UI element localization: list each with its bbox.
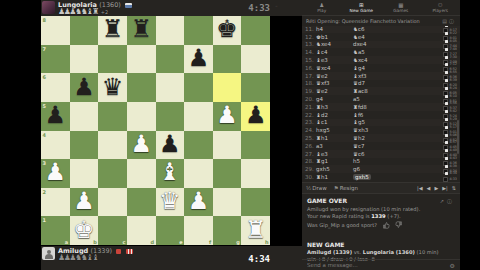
- square-a1[interactable]: 1a: [41, 216, 70, 245]
- white-move[interactable]: ♝d2: [316, 112, 353, 118]
- square-b8[interactable]: [70, 16, 99, 45]
- white-move[interactable]: ♛e2: [316, 73, 353, 79]
- game-result-text: Amilugd won by resignation (10 min rated…: [307, 206, 455, 212]
- square-e6[interactable]: [156, 73, 185, 102]
- resign-flag-icon: ⚑: [334, 185, 339, 191]
- game-action-bar: ½Draw ⚑Resign |◀◀▶▶|⇅: [302, 182, 460, 194]
- tab-games[interactable]: ▦Games: [381, 0, 421, 15]
- game-over-icons[interactable]: ↗ⓘ: [440, 198, 455, 204]
- square-b4[interactable]: [70, 131, 99, 160]
- black-move[interactable]: ♞c6: [353, 26, 390, 32]
- new-game-title: NEW GAME: [307, 241, 455, 248]
- square-b6[interactable]: ♟: [70, 73, 99, 102]
- white-pawn-piece[interactable]: ♟: [45, 160, 67, 184]
- black-move[interactable]: gxh5: [353, 174, 390, 180]
- opening-name: Réti Opening: Queenside Fianchetto Varia…: [306, 18, 420, 24]
- square-c3[interactable]: [98, 159, 127, 188]
- black-move[interactable]: ♞a5: [353, 49, 390, 55]
- square-h4[interactable]: [241, 131, 270, 160]
- chess-board[interactable]: 8♜♜♚7♟6♟♛5♟♟♟4♟♟3♟♝2♟♛♟1ab♚cdefgh♜: [41, 16, 270, 245]
- square-g8[interactable]: ♚: [213, 16, 242, 45]
- square-h5[interactable]: ♟: [241, 102, 270, 131]
- white-move[interactable]: ♝c4: [316, 49, 353, 55]
- new-game-matchup: Amilugd (1339) vs. Lungolaria (1360) (10…: [307, 249, 455, 255]
- square-c7[interactable]: [98, 45, 127, 74]
- black-pawn-piece[interactable]: ♟: [73, 75, 95, 99]
- file-label-d: d: [150, 239, 154, 245]
- bottom-player-clock: 4:34: [248, 254, 270, 264]
- black-pawn-piece[interactable]: ♟: [188, 46, 210, 70]
- file-label-c: c: [122, 239, 125, 245]
- move-nav-buttons: |◀◀▶▶|⇅: [417, 185, 456, 191]
- black-pawn-piece[interactable]: ♟: [245, 103, 267, 127]
- square-f7[interactable]: ♟: [184, 45, 213, 74]
- square-g1[interactable]: g: [213, 216, 242, 245]
- black-move[interactable]: ♝g4: [353, 65, 390, 71]
- move-number: 17.: [305, 73, 316, 79]
- file-label-a: a: [65, 239, 68, 245]
- square-f5[interactable]: [184, 102, 213, 131]
- white-move[interactable]: ♜h1: [316, 135, 353, 141]
- move-row-27: 27.♝e3♛c64:494:40: [302, 150, 460, 158]
- resign-button[interactable]: ⚑Resign: [334, 185, 358, 191]
- move-number: 29.: [305, 166, 316, 172]
- flip-board-button[interactable]: ⇅: [452, 185, 456, 191]
- tab-new-game[interactable]: ⊞New Game: [342, 0, 382, 15]
- new-rating-value: 1339: [371, 213, 385, 219]
- move-row-29: 29.gxh5g64:384:34: [302, 165, 460, 173]
- square-h2[interactable]: [241, 188, 270, 217]
- white-queen-piece[interactable]: ♛: [159, 189, 181, 213]
- square-c5[interactable]: [98, 102, 127, 131]
- move-row-12: 12.♚b1♞e48:228:01: [302, 33, 460, 41]
- square-g5[interactable]: ♟: [213, 102, 242, 131]
- square-a3[interactable]: 3♟: [41, 159, 70, 188]
- move-number: 23.: [305, 119, 316, 125]
- move-number: 20.: [305, 96, 316, 102]
- square-d8[interactable]: ♜: [127, 16, 156, 45]
- white-king-piece[interactable]: ♚: [73, 218, 95, 242]
- move-row-26: 26.a3♛c74:574:45: [302, 142, 460, 150]
- membership-badge-icon: [116, 249, 121, 254]
- rank-label-7: 7: [43, 46, 46, 52]
- bottom-player-bar: Amilugd (1339) ♟♟♟♞♞♝♝ 4:34: [41, 246, 302, 270]
- move-number: 15.: [305, 57, 316, 63]
- move-number: 13.: [305, 41, 316, 47]
- square-d6[interactable]: [127, 73, 156, 102]
- square-e5[interactable]: [156, 102, 185, 131]
- move-number: 12.: [305, 34, 316, 40]
- rank-label-1: 1: [43, 217, 46, 223]
- square-c1[interactable]: c: [98, 216, 127, 245]
- square-a7[interactable]: 7: [41, 45, 70, 74]
- black-pawn-piece[interactable]: ♟: [45, 103, 67, 127]
- rank-label-8: 8: [43, 17, 46, 23]
- move-number: 24.: [305, 127, 316, 133]
- rank-label-2: 2: [43, 189, 46, 195]
- next-move-button[interactable]: ▶: [434, 185, 438, 191]
- move-number: 18.: [305, 80, 316, 86]
- draw-icon: ½: [306, 185, 311, 191]
- square-f2[interactable]: ♟: [184, 188, 213, 217]
- move-row-20: 20.g4a56:105:51: [302, 95, 460, 103]
- square-e7[interactable]: [156, 45, 185, 74]
- square-d7[interactable]: [127, 45, 156, 74]
- white-move[interactable]: ♝e3: [316, 151, 353, 157]
- square-e4[interactable]: ♟: [156, 131, 185, 160]
- black-move[interactable]: ♛c6: [353, 151, 390, 157]
- move-list-scrollbar[interactable]: [457, 120, 459, 154]
- move-row-11: 11.h4♞c68:388:17: [302, 26, 460, 33]
- square-g7[interactable]: [213, 45, 242, 74]
- move-number: 25.: [305, 135, 316, 141]
- white-pawn-piece[interactable]: ♟: [130, 132, 152, 156]
- move-row-13: 13.♞xe4dxe48:057:44: [302, 41, 460, 49]
- white-move[interactable]: ♜g1: [316, 158, 353, 164]
- white-move[interactable]: ♛xf3: [316, 80, 353, 86]
- square-e2[interactable]: ♛: [156, 188, 185, 217]
- move-list[interactable]: 1.♞f3b69:589:572.d4♝b79:569:543.e4e69:52…: [302, 26, 460, 182]
- square-d4[interactable]: ♟: [127, 131, 156, 160]
- opening-name-row: Réti Opening: Queenside Fianchetto Varia…: [302, 16, 460, 25]
- opening-icons[interactable]: ▤ⓘ: [442, 18, 456, 24]
- file-label-e: e: [179, 239, 182, 245]
- file-label-g: g: [236, 239, 240, 245]
- square-d1[interactable]: d: [127, 216, 156, 245]
- thumbs-up-button[interactable]: [382, 221, 390, 229]
- rank-label-6: 6: [43, 74, 46, 80]
- square-f8[interactable]: [184, 16, 213, 45]
- white-move[interactable]: ♝c1: [316, 119, 353, 125]
- white-move[interactable]: ♜h3: [316, 104, 353, 110]
- square-h3[interactable]: [241, 159, 270, 188]
- black-rook-piece[interactable]: ♜: [102, 17, 124, 41]
- square-a5[interactable]: 5♟: [41, 102, 70, 131]
- black-move[interactable]: ♛h2: [353, 135, 390, 141]
- material-advantage: +2: [101, 9, 108, 15]
- white-move[interactable]: ♛xc4: [316, 65, 353, 71]
- top-player-flag-icon: [125, 3, 132, 8]
- white-move[interactable]: ♞xe4: [316, 41, 353, 47]
- last-move-highlight: gxh5: [353, 174, 371, 180]
- black-move[interactable]: g6: [353, 166, 390, 172]
- square-b2[interactable]: ♟: [70, 188, 99, 217]
- chat-settings-gear-icon[interactable]: ⚙: [450, 262, 455, 269]
- black-move[interactable]: ♝f6: [353, 112, 390, 118]
- move-row-22: 22.♝d2♝f65:425:24: [302, 111, 460, 119]
- square-a6[interactable]: 6: [41, 73, 70, 102]
- white-pawn-piece[interactable]: ♟: [216, 103, 238, 127]
- bottom-player-flag-icon: [126, 249, 133, 254]
- square-f1[interactable]: f: [184, 216, 213, 245]
- chess-app: Lungolaria (1360) ♟♟♟♞♞♝♜+2 4:33 ◦ 8♜♜♚7…: [0, 0, 480, 270]
- chat-bar: Send a message... ⚙: [302, 259, 460, 270]
- square-d3[interactable]: [127, 159, 156, 188]
- square-e8[interactable]: [156, 16, 185, 45]
- square-g4[interactable]: [213, 131, 242, 160]
- go-to-end-button[interactable]: ▶|: [442, 185, 448, 191]
- move-row-15: 15.♝e3♞xc47:307:09: [302, 56, 460, 64]
- file-label-f: f: [209, 239, 211, 245]
- square-f4[interactable]: [184, 131, 213, 160]
- white-move[interactable]: ♝e3: [316, 57, 353, 63]
- bottom-player-avatar[interactable]: [42, 247, 55, 260]
- white-move[interactable]: ♚b1: [316, 34, 353, 40]
- black-move[interactable]: ♞e4: [353, 34, 390, 40]
- square-c2[interactable]: [98, 188, 127, 217]
- panel-tabs: ♟Play⊞New Game▦Games⚇Players: [302, 0, 460, 16]
- black-move-time: 4:33: [443, 177, 457, 182]
- black-move[interactable]: ♛d7: [353, 80, 390, 86]
- black-move[interactable]: ♜ac8: [353, 88, 390, 94]
- move-row-18: 18.♛xf3♛d76:396:20: [302, 80, 460, 88]
- square-b7[interactable]: [70, 45, 99, 74]
- black-move[interactable]: ♝g5: [353, 119, 390, 125]
- move-number: 16.: [305, 65, 316, 71]
- good-sport-question: Was Gip_Mip a good sport?: [307, 222, 377, 228]
- square-a8[interactable]: 8: [41, 16, 70, 45]
- square-h7[interactable]: [241, 45, 270, 74]
- square-f6[interactable]: [184, 73, 213, 102]
- square-e1[interactable]: e: [156, 216, 185, 245]
- black-move[interactable]: ♜fd8: [353, 104, 390, 110]
- tab-play[interactable]: ♟Play: [302, 0, 342, 15]
- black-move[interactable]: ♝xf3: [353, 73, 390, 79]
- white-move[interactable]: gxh5: [316, 166, 353, 172]
- square-b5[interactable]: [70, 102, 99, 131]
- black-king-piece[interactable]: ♚: [216, 17, 238, 41]
- move-row-19: 19.♛e2♜ac86:246:05: [302, 87, 460, 95]
- new-game-section: NEW GAME Amilugd (1339) vs. Lungolaria (…: [302, 240, 460, 259]
- move-row-21: 21.♜h3♜fd85:565:37: [302, 103, 460, 111]
- move-number: 28.: [305, 158, 316, 164]
- game-over-section: GAME OVER ↗ⓘ Amilugd won by resignation …: [302, 196, 460, 240]
- tab-players[interactable]: ⚇Players: [421, 0, 461, 15]
- move-row-14: 14.♝c4♞a57:487:27: [302, 48, 460, 56]
- black-move[interactable]: ♞xc4: [353, 57, 390, 63]
- square-b3[interactable]: [70, 159, 99, 188]
- square-d5[interactable]: [127, 102, 156, 131]
- black-move[interactable]: h5: [353, 158, 390, 164]
- draw-button[interactable]: ½Draw: [306, 185, 327, 191]
- square-c6[interactable]: ♛: [98, 73, 127, 102]
- white-bishop-piece[interactable]: ♝: [159, 160, 181, 184]
- side-panel: ♟Play⊞New Game▦Games⚇Players Réti Openin…: [302, 0, 460, 270]
- move-row-17: 17.♛e2♝xf36:556:36: [302, 72, 460, 80]
- move-row-23: 23.♝c1♝g55:295:12: [302, 119, 460, 127]
- white-pawn-piece[interactable]: ♟: [73, 189, 95, 213]
- square-h6[interactable]: [241, 73, 270, 102]
- white-move[interactable]: a3: [316, 143, 353, 149]
- thumbs-down-button[interactable]: [395, 221, 403, 229]
- white-rook-piece[interactable]: ♜: [245, 218, 267, 242]
- bottom-captured-pieces: ♟♟♟♞♞♝♝: [58, 253, 98, 262]
- black-move[interactable]: ♛c7: [353, 143, 390, 149]
- move-number: 30.: [305, 174, 316, 180]
- move-row-28: 28.♜g1h54:434:36: [302, 158, 460, 166]
- white-move[interactable]: ♜h1: [316, 174, 353, 180]
- top-player-bar: Lungolaria (1360) ♟♟♟♞♞♝♜+2 4:33 ◦: [41, 0, 302, 16]
- move-row-16: 16.♛xc4♝g47:126:52: [302, 64, 460, 72]
- move-number: 14.: [305, 49, 316, 55]
- square-d2[interactable]: [127, 188, 156, 217]
- game-over-title: GAME OVER: [307, 197, 347, 204]
- black-pawn-piece[interactable]: ♟: [159, 132, 181, 156]
- square-g2[interactable]: [213, 188, 242, 217]
- move-number: 27.: [305, 151, 316, 157]
- black-queen-piece[interactable]: ♛: [102, 75, 124, 99]
- move-row-24: 24.hxg5♛xh35:175:01: [302, 126, 460, 134]
- square-g6[interactable]: [213, 73, 242, 102]
- square-f3[interactable]: [184, 159, 213, 188]
- go-to-start-button[interactable]: |◀: [417, 185, 423, 191]
- square-c8[interactable]: ♜: [98, 16, 127, 45]
- white-move[interactable]: ♛e2: [316, 88, 353, 94]
- black-move[interactable]: a5: [353, 96, 390, 102]
- move-number: 26.: [305, 143, 316, 149]
- square-h8[interactable]: [241, 16, 270, 45]
- black-move[interactable]: ♛xh3: [353, 127, 390, 133]
- move-number: 11.: [305, 26, 316, 32]
- move-number: 19.: [305, 88, 316, 94]
- white-move[interactable]: g4: [316, 96, 353, 102]
- move-number: 21.: [305, 104, 316, 110]
- white-move[interactable]: hxg5: [316, 127, 353, 133]
- move-row-30: 30.♜h1gxh54:344:33: [302, 173, 460, 181]
- top-player-clock: 4:33: [248, 3, 270, 13]
- white-pawn-piece[interactable]: ♟: [188, 189, 210, 213]
- square-c4[interactable]: [98, 131, 127, 160]
- rank-label-4: 4: [43, 132, 46, 138]
- square-h1[interactable]: h♜: [241, 216, 270, 245]
- move-number: 22.: [305, 112, 316, 118]
- white-move[interactable]: h4: [316, 26, 353, 32]
- previous-move-button[interactable]: ◀: [427, 185, 431, 191]
- black-rook-piece[interactable]: ♜: [130, 17, 152, 41]
- square-e3[interactable]: ♝: [156, 159, 185, 188]
- clock-settings-icon[interactable]: ◦: [275, 3, 278, 9]
- chat-input[interactable]: Send a message...: [307, 262, 358, 268]
- square-g3[interactable]: [213, 159, 242, 188]
- square-b1[interactable]: b♚: [70, 216, 99, 245]
- top-player-avatar[interactable]: [42, 1, 55, 14]
- move-row-25: 25.♜h1♛h25:064:52: [302, 134, 460, 142]
- square-a4[interactable]: 4: [41, 131, 70, 160]
- square-a2[interactable]: 2: [41, 188, 70, 217]
- black-move[interactable]: dxe4: [353, 41, 390, 47]
- new-rating-text: Your new Rapid rating is 1339 (+7).: [307, 213, 455, 219]
- top-captured-pieces: ♟♟♟♞♞♝♜+2: [58, 7, 108, 16]
